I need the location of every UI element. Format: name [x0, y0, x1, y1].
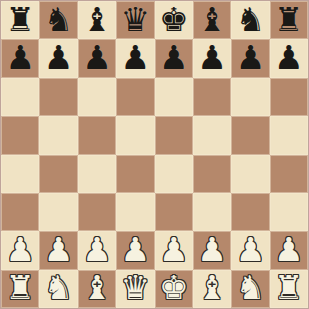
square-g5[interactable]: [231, 116, 269, 154]
square-f4[interactable]: [193, 155, 231, 193]
piece-white-knight[interactable]: ♞: [44, 271, 74, 304]
square-f7[interactable]: ♟: [193, 39, 231, 77]
piece-white-pawn[interactable]: ♟: [82, 233, 112, 266]
square-e1[interactable]: ♚: [155, 270, 193, 308]
square-d2[interactable]: ♟: [116, 231, 154, 269]
square-g6[interactable]: [231, 78, 269, 116]
piece-white-bishop[interactable]: ♝: [197, 271, 227, 304]
square-h7[interactable]: ♟: [270, 39, 308, 77]
piece-black-pawn[interactable]: ♟: [159, 41, 189, 74]
square-e3[interactable]: [155, 193, 193, 231]
piece-white-bishop[interactable]: ♝: [82, 271, 112, 304]
piece-white-rook[interactable]: ♜: [274, 271, 304, 304]
piece-black-bishop[interactable]: ♝: [82, 3, 112, 36]
square-g3[interactable]: [231, 193, 269, 231]
square-d6[interactable]: [116, 78, 154, 116]
square-d3[interactable]: [116, 193, 154, 231]
square-f6[interactable]: [193, 78, 231, 116]
square-f1[interactable]: ♝: [193, 270, 231, 308]
piece-black-pawn[interactable]: ♟: [197, 41, 227, 74]
square-d1[interactable]: ♛: [116, 270, 154, 308]
square-c5[interactable]: [78, 116, 116, 154]
piece-black-queen[interactable]: ♛: [121, 3, 151, 36]
square-a4[interactable]: [1, 155, 39, 193]
square-c4[interactable]: [78, 155, 116, 193]
square-b6[interactable]: [39, 78, 77, 116]
piece-white-queen[interactable]: ♛: [121, 271, 151, 304]
piece-black-rook[interactable]: ♜: [5, 3, 35, 36]
square-b8[interactable]: ♞: [39, 1, 77, 39]
piece-black-pawn[interactable]: ♟: [274, 41, 304, 74]
square-b7[interactable]: ♟: [39, 39, 77, 77]
piece-white-knight[interactable]: ♞: [236, 271, 266, 304]
square-a1[interactable]: ♜: [1, 270, 39, 308]
square-e4[interactable]: [155, 155, 193, 193]
square-h5[interactable]: [270, 116, 308, 154]
square-g7[interactable]: ♟: [231, 39, 269, 77]
square-e5[interactable]: [155, 116, 193, 154]
piece-black-pawn[interactable]: ♟: [236, 41, 266, 74]
square-g2[interactable]: ♟: [231, 231, 269, 269]
chess-board: ♜♞♝♛♚♝♞♜♟♟♟♟♟♟♟♟♟♟♟♟♟♟♟♟♜♞♝♛♚♝♞♜: [0, 0, 309, 309]
square-d4[interactable]: [116, 155, 154, 193]
piece-white-pawn[interactable]: ♟: [197, 233, 227, 266]
piece-white-pawn[interactable]: ♟: [274, 233, 304, 266]
square-c6[interactable]: [78, 78, 116, 116]
piece-black-rook[interactable]: ♜: [274, 3, 304, 36]
square-f2[interactable]: ♟: [193, 231, 231, 269]
square-h2[interactable]: ♟: [270, 231, 308, 269]
square-e7[interactable]: ♟: [155, 39, 193, 77]
square-c2[interactable]: ♟: [78, 231, 116, 269]
square-e2[interactable]: ♟: [155, 231, 193, 269]
square-g1[interactable]: ♞: [231, 270, 269, 308]
square-h8[interactable]: ♜: [270, 1, 308, 39]
square-a6[interactable]: [1, 78, 39, 116]
piece-black-knight[interactable]: ♞: [236, 3, 266, 36]
square-c3[interactable]: [78, 193, 116, 231]
square-b5[interactable]: [39, 116, 77, 154]
square-a7[interactable]: ♟: [1, 39, 39, 77]
piece-white-pawn[interactable]: ♟: [44, 233, 74, 266]
square-d5[interactable]: [116, 116, 154, 154]
square-a2[interactable]: ♟: [1, 231, 39, 269]
square-c1[interactable]: ♝: [78, 270, 116, 308]
square-b4[interactable]: [39, 155, 77, 193]
square-h3[interactable]: [270, 193, 308, 231]
square-h1[interactable]: ♜: [270, 270, 308, 308]
square-a8[interactable]: ♜: [1, 1, 39, 39]
square-e6[interactable]: [155, 78, 193, 116]
square-c8[interactable]: ♝: [78, 1, 116, 39]
square-f3[interactable]: [193, 193, 231, 231]
square-d8[interactable]: ♛: [116, 1, 154, 39]
piece-black-pawn[interactable]: ♟: [121, 41, 151, 74]
square-a3[interactable]: [1, 193, 39, 231]
piece-black-king[interactable]: ♚: [159, 3, 189, 36]
square-g8[interactable]: ♞: [231, 1, 269, 39]
piece-black-pawn[interactable]: ♟: [44, 41, 74, 74]
square-c7[interactable]: ♟: [78, 39, 116, 77]
piece-white-king[interactable]: ♚: [159, 271, 189, 304]
square-h6[interactable]: [270, 78, 308, 116]
piece-black-bishop[interactable]: ♝: [197, 3, 227, 36]
square-e8[interactable]: ♚: [155, 1, 193, 39]
square-b1[interactable]: ♞: [39, 270, 77, 308]
square-b3[interactable]: [39, 193, 77, 231]
piece-white-pawn[interactable]: ♟: [159, 233, 189, 266]
piece-white-pawn[interactable]: ♟: [5, 233, 35, 266]
square-g4[interactable]: [231, 155, 269, 193]
piece-black-knight[interactable]: ♞: [44, 3, 74, 36]
square-a5[interactable]: [1, 116, 39, 154]
piece-black-pawn[interactable]: ♟: [5, 41, 35, 74]
piece-white-pawn[interactable]: ♟: [121, 233, 151, 266]
square-h4[interactable]: [270, 155, 308, 193]
square-d7[interactable]: ♟: [116, 39, 154, 77]
square-b2[interactable]: ♟: [39, 231, 77, 269]
piece-black-pawn[interactable]: ♟: [82, 41, 112, 74]
square-f8[interactable]: ♝: [193, 1, 231, 39]
piece-white-rook[interactable]: ♜: [5, 271, 35, 304]
piece-white-pawn[interactable]: ♟: [236, 233, 266, 266]
square-f5[interactable]: [193, 116, 231, 154]
